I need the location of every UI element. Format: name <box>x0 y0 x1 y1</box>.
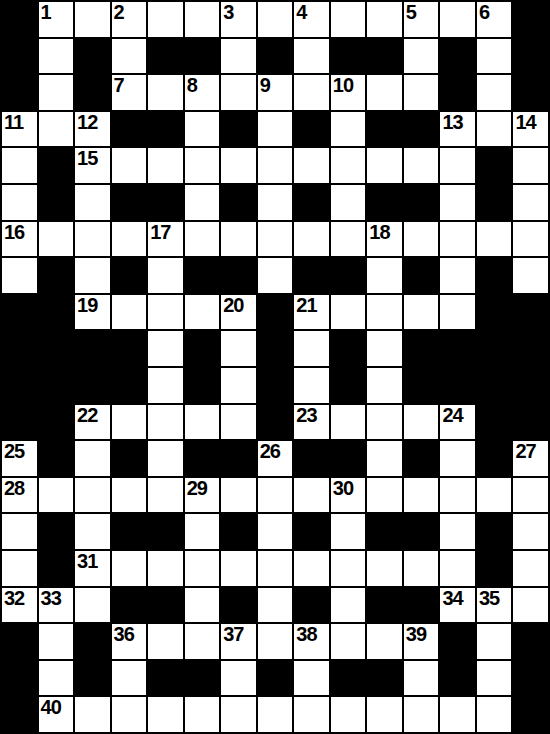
white-cell-r13c0[interactable]: 28 <box>2 478 37 513</box>
clue-number: 6 <box>479 2 489 23</box>
clue-number: 15 <box>77 148 97 169</box>
clue-number: 17 <box>150 222 170 243</box>
white-cell-r6c7[interactable] <box>258 222 293 257</box>
white-cell-r19c1[interactable]: 40 <box>39 697 74 732</box>
white-cell-r16c7[interactable] <box>258 588 293 623</box>
white-cell-r15c3[interactable] <box>112 551 147 586</box>
white-cell-r6c8[interactable] <box>294 222 329 257</box>
white-cell-r5c0[interactable] <box>2 185 37 220</box>
white-cell-r6c5[interactable] <box>185 222 220 257</box>
white-cell-r13c3[interactable] <box>112 478 147 513</box>
white-cell-r3c14[interactable]: 14 <box>513 112 548 147</box>
white-cell-r10c8[interactable] <box>294 368 329 403</box>
white-cell-r1c1[interactable] <box>39 39 74 74</box>
black-cell-r14c1 <box>39 514 74 549</box>
black-cell-r16c6 <box>221 588 256 623</box>
white-cell-r19c3[interactable] <box>112 697 147 732</box>
clue-number: 13 <box>442 112 462 133</box>
white-cell-r14c7[interactable] <box>258 514 293 549</box>
black-cell-r7c6 <box>221 258 256 293</box>
white-cell-r11c8[interactable]: 23 <box>294 405 329 440</box>
black-cell-r4c13 <box>477 148 512 183</box>
black-cell-r9c2 <box>75 331 110 366</box>
black-cell-r12c6 <box>221 441 256 476</box>
clue-number: 5 <box>406 2 416 23</box>
white-cell-r17c1[interactable] <box>39 624 74 659</box>
black-cell-r5c4 <box>148 185 183 220</box>
white-cell-r2c13[interactable] <box>477 75 512 110</box>
black-cell-r16c11 <box>404 588 439 623</box>
clue-number: 20 <box>223 295 243 316</box>
black-cell-r10c11 <box>404 368 439 403</box>
black-cell-r8c0 <box>2 295 37 330</box>
white-cell-r2c11[interactable] <box>404 75 439 110</box>
clue-number: 23 <box>296 405 316 426</box>
black-cell-r18c7 <box>258 661 293 696</box>
white-cell-r6c1[interactable] <box>39 222 74 257</box>
white-cell-r16c13[interactable]: 35 <box>477 588 512 623</box>
white-cell-r5c12[interactable] <box>440 185 475 220</box>
clue-number: 28 <box>4 478 24 499</box>
white-cell-r0c10[interactable] <box>367 2 402 37</box>
white-cell-r4c12[interactable] <box>440 148 475 183</box>
black-cell-r15c13 <box>477 551 512 586</box>
white-cell-r13c7[interactable] <box>258 478 293 513</box>
white-cell-r5c9[interactable] <box>331 185 366 220</box>
black-cell-r12c9 <box>331 441 366 476</box>
black-cell-r14c10 <box>367 514 402 549</box>
white-cell-r3c12[interactable]: 13 <box>440 112 475 147</box>
white-cell-r17c11[interactable]: 39 <box>404 624 439 659</box>
black-cell-r10c9 <box>331 368 366 403</box>
white-cell-r1c3[interactable] <box>112 39 147 74</box>
white-cell-r19c5[interactable] <box>185 697 220 732</box>
black-cell-r18c10 <box>367 661 402 696</box>
clue-number: 36 <box>114 624 134 645</box>
clue-number: 22 <box>77 405 97 426</box>
black-cell-r7c1 <box>39 258 74 293</box>
white-cell-r0c6[interactable]: 3 <box>221 2 256 37</box>
white-cell-r11c11[interactable] <box>404 405 439 440</box>
black-cell-r10c3 <box>112 368 147 403</box>
black-cell-r17c14 <box>513 624 548 659</box>
white-cell-r15c2[interactable]: 31 <box>75 551 110 586</box>
black-cell-r4c1 <box>39 148 74 183</box>
white-cell-r10c4[interactable] <box>148 368 183 403</box>
black-cell-r5c1 <box>39 185 74 220</box>
clue-number: 4 <box>296 2 306 23</box>
white-cell-r15c6[interactable] <box>221 551 256 586</box>
black-cell-r0c14 <box>513 2 548 37</box>
white-cell-r6c6[interactable] <box>221 222 256 257</box>
clue-number: 35 <box>479 588 499 609</box>
white-cell-r8c4[interactable] <box>148 295 183 330</box>
white-cell-r6c3[interactable] <box>112 222 147 257</box>
white-cell-r18c11[interactable] <box>404 661 439 696</box>
white-cell-r19c9[interactable] <box>331 697 366 732</box>
white-cell-r7c2[interactable] <box>75 258 110 293</box>
white-cell-r9c10[interactable] <box>367 331 402 366</box>
black-cell-r18c5 <box>185 661 220 696</box>
white-cell-r12c14[interactable]: 27 <box>513 441 548 476</box>
black-cell-r12c3 <box>112 441 147 476</box>
white-cell-r4c9[interactable] <box>331 148 366 183</box>
black-cell-r19c0 <box>2 697 37 732</box>
white-cell-r17c4[interactable] <box>148 624 183 659</box>
white-cell-r8c3[interactable] <box>112 295 147 330</box>
white-cell-r9c6[interactable] <box>221 331 256 366</box>
white-cell-r19c10[interactable] <box>367 697 402 732</box>
white-cell-r17c5[interactable] <box>185 624 220 659</box>
white-cell-r13c14[interactable] <box>513 478 548 513</box>
white-cell-r17c13[interactable] <box>477 624 512 659</box>
white-cell-r17c7[interactable] <box>258 624 293 659</box>
white-cell-r13c1[interactable] <box>39 478 74 513</box>
white-cell-r3c2[interactable]: 12 <box>75 112 110 147</box>
white-cell-r16c1[interactable]: 33 <box>39 588 74 623</box>
black-cell-r10c1 <box>39 368 74 403</box>
black-cell-r14c6 <box>221 514 256 549</box>
white-cell-r18c3[interactable] <box>112 661 147 696</box>
black-cell-r1c9 <box>331 39 366 74</box>
white-cell-r15c7[interactable] <box>258 551 293 586</box>
clue-number: 7 <box>114 75 124 96</box>
white-cell-r10c6[interactable] <box>221 368 256 403</box>
black-cell-r11c14 <box>513 405 548 440</box>
black-cell-r3c3 <box>112 112 147 147</box>
white-cell-r7c0[interactable] <box>2 258 37 293</box>
white-cell-r17c9[interactable] <box>331 624 366 659</box>
white-cell-r16c2[interactable] <box>75 588 110 623</box>
white-cell-r11c6[interactable] <box>221 405 256 440</box>
clue-number: 16 <box>4 222 24 243</box>
white-cell-r13c12[interactable] <box>440 478 475 513</box>
white-cell-r2c7[interactable]: 9 <box>258 75 293 110</box>
black-cell-r9c9 <box>331 331 366 366</box>
clue-number: 25 <box>4 441 24 462</box>
clue-number: 32 <box>4 588 24 609</box>
white-cell-r19c13[interactable] <box>477 697 512 732</box>
clue-number: 21 <box>296 295 316 316</box>
white-cell-r4c3[interactable] <box>112 148 147 183</box>
black-cell-r16c8 <box>294 588 329 623</box>
white-cell-r12c7[interactable]: 26 <box>258 441 293 476</box>
white-cell-r18c1[interactable] <box>39 661 74 696</box>
white-cell-r6c0[interactable]: 16 <box>2 222 37 257</box>
black-cell-r5c8 <box>294 185 329 220</box>
black-cell-r1c10 <box>367 39 402 74</box>
white-cell-r15c12[interactable] <box>440 551 475 586</box>
black-cell-r14c11 <box>404 514 439 549</box>
white-cell-r15c0[interactable] <box>2 551 37 586</box>
white-cell-r6c10[interactable]: 18 <box>367 222 402 257</box>
black-cell-r8c1 <box>39 295 74 330</box>
black-cell-r9c11 <box>404 331 439 366</box>
black-cell-r9c3 <box>112 331 147 366</box>
white-cell-r15c5[interactable] <box>185 551 220 586</box>
white-cell-r8c9[interactable] <box>331 295 366 330</box>
white-cell-r13c2[interactable] <box>75 478 110 513</box>
black-cell-r16c3 <box>112 588 147 623</box>
clue-number: 10 <box>333 75 353 96</box>
white-cell-r18c13[interactable] <box>477 661 512 696</box>
white-cell-r18c8[interactable] <box>294 661 329 696</box>
black-cell-r10c12 <box>440 368 475 403</box>
white-cell-r4c2[interactable]: 15 <box>75 148 110 183</box>
white-cell-r4c14[interactable] <box>513 148 548 183</box>
white-cell-r19c8[interactable] <box>294 697 329 732</box>
black-cell-r1c12 <box>440 39 475 74</box>
white-cell-r15c9[interactable] <box>331 551 366 586</box>
white-cell-r6c4[interactable]: 17 <box>148 222 183 257</box>
white-cell-r12c2[interactable] <box>75 441 110 476</box>
white-cell-r15c14[interactable] <box>513 551 548 586</box>
clue-number: 19 <box>77 295 97 316</box>
clue-number: 8 <box>187 75 197 96</box>
white-cell-r13c5[interactable]: 29 <box>185 478 220 513</box>
white-cell-r3c1[interactable] <box>39 112 74 147</box>
black-cell-r14c13 <box>477 514 512 549</box>
white-cell-r0c12[interactable] <box>440 2 475 37</box>
white-cell-r6c11[interactable] <box>404 222 439 257</box>
black-cell-r12c5 <box>185 441 220 476</box>
black-cell-r16c4 <box>148 588 183 623</box>
black-cell-r12c11 <box>404 441 439 476</box>
black-cell-r10c5 <box>185 368 220 403</box>
white-cell-r2c3[interactable]: 7 <box>112 75 147 110</box>
white-cell-r1c6[interactable] <box>221 39 256 74</box>
black-cell-r2c14 <box>513 75 548 110</box>
black-cell-r8c13 <box>477 295 512 330</box>
white-cell-r15c8[interactable] <box>294 551 329 586</box>
black-cell-r3c10 <box>367 112 402 147</box>
white-cell-r14c2[interactable] <box>75 514 110 549</box>
white-cell-r0c4[interactable] <box>148 2 183 37</box>
clue-number: 40 <box>41 697 61 718</box>
white-cell-r7c7[interactable] <box>258 258 293 293</box>
white-cell-r11c10[interactable] <box>367 405 402 440</box>
clue-number: 3 <box>223 2 233 23</box>
black-cell-r3c6 <box>221 112 256 147</box>
white-cell-r11c5[interactable] <box>185 405 220 440</box>
clue-number: 34 <box>442 588 462 609</box>
white-cell-r4c11[interactable] <box>404 148 439 183</box>
white-cell-r1c8[interactable] <box>294 39 329 74</box>
clue-number: 11 <box>4 112 23 133</box>
white-cell-r6c12[interactable] <box>440 222 475 257</box>
white-cell-r5c2[interactable] <box>75 185 110 220</box>
white-cell-r4c7[interactable] <box>258 148 293 183</box>
white-cell-r7c12[interactable] <box>440 258 475 293</box>
black-cell-r5c11 <box>404 185 439 220</box>
white-cell-r5c14[interactable] <box>513 185 548 220</box>
white-cell-r8c2[interactable]: 19 <box>75 295 110 330</box>
white-cell-r5c5[interactable] <box>185 185 220 220</box>
black-cell-r3c8 <box>294 112 329 147</box>
white-cell-r7c10[interactable] <box>367 258 402 293</box>
white-cell-r17c8[interactable]: 38 <box>294 624 329 659</box>
black-cell-r15c1 <box>39 551 74 586</box>
white-cell-r4c10[interactable] <box>367 148 402 183</box>
white-cell-r15c10[interactable] <box>367 551 402 586</box>
black-cell-r10c14 <box>513 368 548 403</box>
black-cell-r18c2 <box>75 661 110 696</box>
black-cell-r7c9 <box>331 258 366 293</box>
white-cell-r12c10[interactable] <box>367 441 402 476</box>
white-cell-r19c7[interactable] <box>258 697 293 732</box>
white-cell-r13c6[interactable] <box>221 478 256 513</box>
black-cell-r18c14 <box>513 661 548 696</box>
black-cell-r1c7 <box>258 39 293 74</box>
black-cell-r5c6 <box>221 185 256 220</box>
white-cell-r8c11[interactable] <box>404 295 439 330</box>
black-cell-r10c7 <box>258 368 293 403</box>
white-cell-r2c9[interactable]: 10 <box>331 75 366 110</box>
white-cell-r14c5[interactable] <box>185 514 220 549</box>
white-cell-r7c4[interactable] <box>148 258 183 293</box>
black-cell-r19c14 <box>513 697 548 732</box>
white-cell-r2c1[interactable] <box>39 75 74 110</box>
black-cell-r17c12 <box>440 624 475 659</box>
white-cell-r11c4[interactable] <box>148 405 183 440</box>
black-cell-r7c8 <box>294 258 329 293</box>
black-cell-r5c3 <box>112 185 147 220</box>
black-cell-r9c5 <box>185 331 220 366</box>
clue-number: 14 <box>515 112 535 133</box>
white-cell-r2c5[interactable]: 8 <box>185 75 220 110</box>
white-cell-r14c9[interactable] <box>331 514 366 549</box>
black-cell-r1c2 <box>75 39 110 74</box>
clue-number: 9 <box>260 75 270 96</box>
white-cell-r14c14[interactable] <box>513 514 548 549</box>
white-cell-r0c9[interactable] <box>331 2 366 37</box>
black-cell-r10c13 <box>477 368 512 403</box>
white-cell-r19c6[interactable] <box>221 697 256 732</box>
white-cell-r12c0[interactable]: 25 <box>2 441 37 476</box>
white-cell-r3c13[interactable] <box>477 112 512 147</box>
clue-number: 24 <box>442 405 462 426</box>
white-cell-r6c2[interactable] <box>75 222 110 257</box>
white-cell-r19c2[interactable] <box>75 697 110 732</box>
white-cell-r17c6[interactable]: 37 <box>221 624 256 659</box>
white-cell-r17c3[interactable]: 36 <box>112 624 147 659</box>
white-cell-r16c12[interactable]: 34 <box>440 588 475 623</box>
white-cell-r19c12[interactable] <box>440 697 475 732</box>
white-cell-r13c10[interactable] <box>367 478 402 513</box>
white-cell-r8c6[interactable]: 20 <box>221 295 256 330</box>
black-cell-r1c0 <box>2 39 37 74</box>
white-cell-r13c11[interactable] <box>404 478 439 513</box>
white-cell-r16c5[interactable] <box>185 588 220 623</box>
white-cell-r1c13[interactable] <box>477 39 512 74</box>
clue-number: 31 <box>77 551 97 572</box>
clue-number: 18 <box>369 222 389 243</box>
white-cell-r1c11[interactable] <box>404 39 439 74</box>
white-cell-r11c12[interactable]: 24 <box>440 405 475 440</box>
black-cell-r2c2 <box>75 75 110 110</box>
black-cell-r7c3 <box>112 258 147 293</box>
white-cell-r9c4[interactable] <box>148 331 183 366</box>
clue-number: 12 <box>77 112 97 133</box>
white-cell-r2c6[interactable] <box>221 75 256 110</box>
white-cell-r8c5[interactable] <box>185 295 220 330</box>
white-cell-r8c10[interactable] <box>367 295 402 330</box>
white-cell-r13c8[interactable] <box>294 478 329 513</box>
white-cell-r19c4[interactable] <box>148 697 183 732</box>
white-cell-r8c12[interactable] <box>440 295 475 330</box>
white-cell-r16c0[interactable]: 32 <box>2 588 37 623</box>
white-cell-r11c2[interactable]: 22 <box>75 405 110 440</box>
white-cell-r6c13[interactable] <box>477 222 512 257</box>
white-cell-r7c14[interactable] <box>513 258 548 293</box>
black-cell-r10c2 <box>75 368 110 403</box>
white-cell-r10c10[interactable] <box>367 368 402 403</box>
white-cell-r6c14[interactable] <box>513 222 548 257</box>
white-cell-r4c8[interactable] <box>294 148 329 183</box>
white-cell-r13c4[interactable] <box>148 478 183 513</box>
white-cell-r16c9[interactable] <box>331 588 366 623</box>
white-cell-r4c0[interactable] <box>2 148 37 183</box>
white-cell-r0c1[interactable]: 1 <box>39 2 74 37</box>
white-cell-r13c9[interactable]: 30 <box>331 478 366 513</box>
white-cell-r19c11[interactable] <box>404 697 439 732</box>
white-cell-r0c5[interactable] <box>185 2 220 37</box>
white-cell-r18c6[interactable] <box>221 661 256 696</box>
white-cell-r14c12[interactable] <box>440 514 475 549</box>
white-cell-r15c11[interactable] <box>404 551 439 586</box>
white-cell-r11c9[interactable] <box>331 405 366 440</box>
white-cell-r2c4[interactable] <box>148 75 183 110</box>
black-cell-r7c5 <box>185 258 220 293</box>
white-cell-r0c3[interactable]: 2 <box>112 2 147 37</box>
white-cell-r2c10[interactable] <box>367 75 402 110</box>
white-cell-r11c3[interactable] <box>112 405 147 440</box>
white-cell-r14c0[interactable] <box>2 514 37 549</box>
black-cell-r9c0 <box>2 331 37 366</box>
white-cell-r12c12[interactable] <box>440 441 475 476</box>
white-cell-r3c9[interactable] <box>331 112 366 147</box>
black-cell-r1c5 <box>185 39 220 74</box>
white-cell-r0c8[interactable]: 4 <box>294 2 329 37</box>
white-cell-r3c0[interactable]: 11 <box>2 112 37 147</box>
white-cell-r13c13[interactable] <box>477 478 512 513</box>
white-cell-r4c6[interactable] <box>221 148 256 183</box>
white-cell-r5c7[interactable] <box>258 185 293 220</box>
white-cell-r0c11[interactable]: 5 <box>404 2 439 37</box>
black-cell-r16c10 <box>367 588 402 623</box>
white-cell-r12c4[interactable] <box>148 441 183 476</box>
black-cell-r1c14 <box>513 39 548 74</box>
black-cell-r12c1 <box>39 441 74 476</box>
white-cell-r3c5[interactable] <box>185 112 220 147</box>
white-cell-r8c8[interactable]: 21 <box>294 295 329 330</box>
white-cell-r0c2[interactable] <box>75 2 110 37</box>
black-cell-r17c0 <box>2 624 37 659</box>
white-cell-r16c14[interactable] <box>513 588 548 623</box>
white-cell-r3c7[interactable] <box>258 112 293 147</box>
white-cell-r17c10[interactable] <box>367 624 402 659</box>
white-cell-r15c4[interactable] <box>148 551 183 586</box>
white-cell-r9c8[interactable] <box>294 331 329 366</box>
black-cell-r18c4 <box>148 661 183 696</box>
white-cell-r6c9[interactable] <box>331 222 366 257</box>
white-cell-r0c13[interactable]: 6 <box>477 2 512 37</box>
black-cell-r18c9 <box>331 661 366 696</box>
white-cell-r0c7[interactable] <box>258 2 293 37</box>
white-cell-r2c8[interactable] <box>294 75 329 110</box>
white-cell-r4c4[interactable] <box>148 148 183 183</box>
white-cell-r4c5[interactable] <box>185 148 220 183</box>
